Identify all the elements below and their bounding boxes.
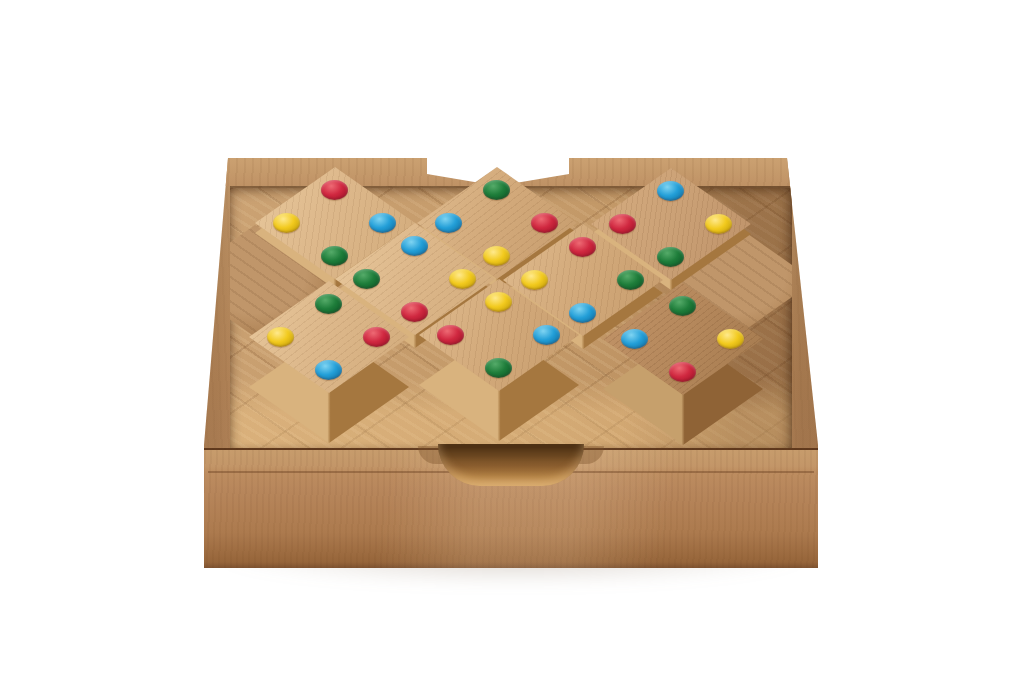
dot-red-right [363,327,390,347]
finger-notch[interactable] [438,444,584,486]
dot-red-bottom [669,362,696,382]
dot-red-top [569,237,596,257]
dot-green-top [669,296,696,316]
dot-green-top [315,294,342,314]
dot-yellow-top [485,292,512,312]
dot-yellow-right [705,214,732,234]
dot-yellow-left [267,327,294,347]
dot-blue-bottom [315,360,342,380]
box-front-wall [204,448,818,568]
tile-bottom-center[interactable] [419,279,579,391]
photo-background [0,0,1024,683]
dot-blue-left [621,329,648,349]
tile-bottom-right[interactable] [603,283,763,395]
dot-green-bottom [485,358,512,378]
tile-bottom-left[interactable] [249,281,409,393]
dot-blue-top [657,181,684,201]
dot-red-top [321,180,348,200]
dot-blue-right [533,325,560,345]
dot-yellow-left [273,213,300,233]
dot-yellow-right [717,329,744,349]
dot-red-left [437,325,464,345]
dot-blue-top [401,236,428,256]
puzzle-box [204,158,818,568]
dot-green-top [483,180,510,200]
